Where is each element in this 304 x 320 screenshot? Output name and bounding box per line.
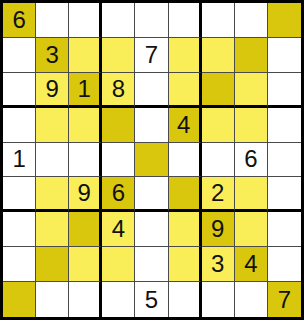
cell-r1c7[interactable] <box>202 3 235 38</box>
cell-r6c8[interactable] <box>235 177 268 212</box>
cell-r6c4[interactable]: 6 <box>102 177 135 212</box>
cell-r3c7[interactable] <box>202 73 235 108</box>
sudoku-board: 637918416962493457 <box>0 0 304 320</box>
cell-r8c8[interactable]: 4 <box>235 247 268 282</box>
cell-r1c9[interactable] <box>268 3 301 38</box>
cell-r2c6[interactable] <box>169 38 202 73</box>
cell-r2c2[interactable]: 3 <box>36 38 69 73</box>
cell-r9c4[interactable] <box>102 282 135 317</box>
cell-r8c6[interactable] <box>169 247 202 282</box>
cell-r3c9[interactable] <box>268 73 301 108</box>
cell-r5c9[interactable] <box>268 143 301 178</box>
cell-r3c5[interactable] <box>135 73 168 108</box>
cell-r2c7[interactable] <box>202 38 235 73</box>
cell-r1c3[interactable] <box>69 3 102 38</box>
cell-r4c6[interactable]: 4 <box>169 108 202 143</box>
cell-r6c2[interactable] <box>36 177 69 212</box>
cell-r8c4[interactable] <box>102 247 135 282</box>
cell-r2c5[interactable]: 7 <box>135 38 168 73</box>
cell-r6c6[interactable] <box>169 177 202 212</box>
cell-r9c9[interactable]: 7 <box>268 282 301 317</box>
cell-r5c8[interactable]: 6 <box>235 143 268 178</box>
cell-r7c7[interactable]: 9 <box>202 212 235 247</box>
cell-r1c5[interactable] <box>135 3 168 38</box>
cell-r1c2[interactable] <box>36 3 69 38</box>
cell-r5c4[interactable] <box>102 143 135 178</box>
cell-r4c3[interactable] <box>69 108 102 143</box>
cell-r8c2[interactable] <box>36 247 69 282</box>
cell-r8c1[interactable] <box>3 247 36 282</box>
cell-r7c4[interactable]: 4 <box>102 212 135 247</box>
cell-r6c5[interactable] <box>135 177 168 212</box>
cell-r8c5[interactable] <box>135 247 168 282</box>
cell-r9c7[interactable] <box>202 282 235 317</box>
cell-r2c4[interactable] <box>102 38 135 73</box>
cell-r9c2[interactable] <box>36 282 69 317</box>
cell-r7c2[interactable] <box>36 212 69 247</box>
cell-r7c9[interactable] <box>268 212 301 247</box>
cell-r4c4[interactable] <box>102 108 135 143</box>
cell-r4c2[interactable] <box>36 108 69 143</box>
cell-r5c2[interactable] <box>36 143 69 178</box>
cell-r1c1[interactable]: 6 <box>3 3 36 38</box>
cell-r9c3[interactable] <box>69 282 102 317</box>
cell-r5c3[interactable] <box>69 143 102 178</box>
cell-r9c6[interactable] <box>169 282 202 317</box>
cell-r2c8[interactable] <box>235 38 268 73</box>
cell-r9c5[interactable]: 5 <box>135 282 168 317</box>
cell-r2c9[interactable] <box>268 38 301 73</box>
cell-r4c1[interactable] <box>3 108 36 143</box>
cell-r5c5[interactable] <box>135 143 168 178</box>
cell-r9c1[interactable] <box>3 282 36 317</box>
cell-r2c3[interactable] <box>69 38 102 73</box>
cell-r7c3[interactable] <box>69 212 102 247</box>
cell-r8c3[interactable] <box>69 247 102 282</box>
cell-r1c8[interactable] <box>235 3 268 38</box>
cell-r3c6[interactable] <box>169 73 202 108</box>
cell-r7c5[interactable] <box>135 212 168 247</box>
cell-r8c7[interactable]: 3 <box>202 247 235 282</box>
cell-r3c8[interactable] <box>235 73 268 108</box>
cell-r8c9[interactable] <box>268 247 301 282</box>
cell-r5c6[interactable] <box>169 143 202 178</box>
cell-r4c9[interactable] <box>268 108 301 143</box>
cell-r4c8[interactable] <box>235 108 268 143</box>
cell-r6c9[interactable] <box>268 177 301 212</box>
cell-r1c4[interactable] <box>102 3 135 38</box>
cell-r3c1[interactable] <box>3 73 36 108</box>
cell-r7c8[interactable] <box>235 212 268 247</box>
cell-r6c1[interactable] <box>3 177 36 212</box>
cell-r7c1[interactable] <box>3 212 36 247</box>
cell-r5c7[interactable] <box>202 143 235 178</box>
cell-r7c6[interactable] <box>169 212 202 247</box>
cell-r9c8[interactable] <box>235 282 268 317</box>
cell-r3c4[interactable]: 8 <box>102 73 135 108</box>
cell-r6c3[interactable]: 9 <box>69 177 102 212</box>
cell-r3c3[interactable]: 1 <box>69 73 102 108</box>
cell-r3c2[interactable]: 9 <box>36 73 69 108</box>
cell-r1c6[interactable] <box>169 3 202 38</box>
cell-r6c7[interactable]: 2 <box>202 177 235 212</box>
cell-r2c1[interactable] <box>3 38 36 73</box>
cell-r4c7[interactable] <box>202 108 235 143</box>
cell-r5c1[interactable]: 1 <box>3 143 36 178</box>
cell-r4c5[interactable] <box>135 108 168 143</box>
